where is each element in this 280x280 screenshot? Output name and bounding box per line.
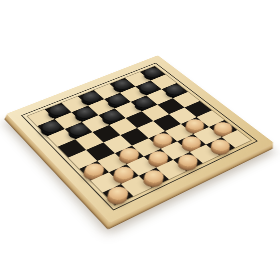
checkers-board-3d-wrapper: ⛂⛂⛂⛂⛂⛂⛂⛂⛂⛂⛂⛂⛀⛀⛀⛀⛀⛀⛀⛀⛀⛀⛀⛀ (6, 55, 274, 223)
board-frame: ⛂⛂⛂⛂⛂⛂⛂⛂⛂⛂⛂⛂⛀⛀⛀⛀⛀⛀⛀⛀⛀⛀⛀⛀ (6, 55, 274, 223)
board-grid[interactable]: ⛂⛂⛂⛂⛂⛂⛂⛂⛂⛂⛂⛂⛀⛀⛀⛀⛀⛀⛀⛀⛀⛀⛀⛀ (28, 66, 251, 205)
product-photo-scene: ⛂⛂⛂⛂⛂⛂⛂⛂⛂⛂⛂⛂⛀⛀⛀⛀⛀⛀⛀⛀⛀⛀⛀⛀ (0, 0, 280, 280)
